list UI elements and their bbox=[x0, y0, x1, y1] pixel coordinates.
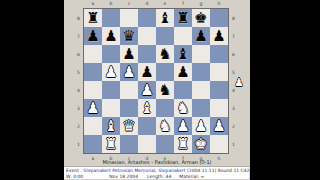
square-g1: ♚ bbox=[192, 135, 210, 153]
square-g5 bbox=[192, 63, 210, 81]
square-e1 bbox=[156, 135, 174, 153]
square-b2: ♝ bbox=[102, 117, 120, 135]
square-d7 bbox=[138, 27, 156, 45]
piece-black-pawn: ♟ bbox=[140, 63, 153, 81]
rank-label-6: 6 bbox=[232, 45, 235, 63]
rank-label-3: 3 bbox=[232, 99, 235, 117]
piece-black-pawn: ♟ bbox=[86, 27, 99, 45]
square-c4 bbox=[120, 81, 138, 99]
video-frame-panel: abcdefgh abcdefgh 87654321 87654321 ♜♝♜♚… bbox=[64, 0, 250, 180]
piece-white-knight: ♞ bbox=[158, 117, 171, 135]
status-segment-0: W: 0:00 bbox=[66, 174, 83, 180]
rank-label-8: 8 bbox=[232, 9, 235, 27]
square-d4: ♟ bbox=[138, 81, 156, 99]
square-c3 bbox=[120, 99, 138, 117]
rank-label-1: 1 bbox=[77, 135, 80, 153]
square-c6: ♟ bbox=[120, 45, 138, 63]
file-label-f: f bbox=[174, 1, 192, 7]
rank-label-7: 7 bbox=[77, 27, 80, 45]
square-d2 bbox=[138, 117, 156, 135]
piece-white-pawn: ♟ bbox=[140, 81, 153, 99]
square-a7: ♟ bbox=[84, 27, 102, 45]
square-a5 bbox=[84, 63, 102, 81]
square-f5: ♟ bbox=[174, 63, 192, 81]
square-h3 bbox=[210, 99, 228, 117]
square-h8 bbox=[210, 9, 228, 27]
file-label-d: d bbox=[138, 1, 156, 7]
square-e7 bbox=[156, 27, 174, 45]
piece-black-bishop: ♝ bbox=[176, 45, 189, 63]
piece-white-pawn: ♟ bbox=[212, 117, 225, 135]
piece-white-bishop: ♝ bbox=[104, 117, 117, 135]
square-h6 bbox=[210, 45, 228, 63]
square-e4: ♞ bbox=[156, 81, 174, 99]
square-g3 bbox=[192, 99, 210, 117]
piece-white-king: ♚ bbox=[194, 135, 207, 153]
event-line: Event : Stepanakert Petrosian Memorial, … bbox=[64, 168, 249, 174]
piece-white-pawn: ♟ bbox=[86, 99, 99, 117]
square-f4 bbox=[174, 81, 192, 99]
piece-black-pawn: ♟ bbox=[176, 63, 189, 81]
file-label-h: h bbox=[210, 1, 228, 7]
file-label-e: e bbox=[156, 1, 174, 7]
piece-white-bishop: ♝ bbox=[140, 99, 153, 117]
square-h1 bbox=[210, 135, 228, 153]
square-e5 bbox=[156, 63, 174, 81]
event-label: Event : bbox=[66, 168, 82, 173]
piece-white-rook: ♜ bbox=[104, 135, 117, 153]
file-labels-top: abcdefgh bbox=[84, 1, 228, 7]
square-f3: ♞ bbox=[174, 99, 192, 117]
white-to-move-pawn-icon: ♟ bbox=[234, 77, 244, 89]
square-e6: ♞ bbox=[156, 45, 174, 63]
square-a8: ♜ bbox=[84, 9, 102, 27]
square-c2: ♛ bbox=[120, 117, 138, 135]
square-g6 bbox=[192, 45, 210, 63]
square-b3 bbox=[102, 99, 120, 117]
square-b5: ♟ bbox=[102, 63, 120, 81]
piece-white-pawn: ♟ bbox=[176, 117, 189, 135]
piece-black-knight: ♞ bbox=[158, 81, 171, 99]
square-a3: ♟ bbox=[84, 99, 102, 117]
file-label-c: c bbox=[120, 1, 138, 7]
piece-black-rook: ♜ bbox=[176, 9, 189, 27]
square-b4 bbox=[102, 81, 120, 99]
chess-board: ♜♝♜♚♟♟♛♟♟♟♞♝♟♟♟♟♟♞♟♝♞♝♛♞♟♟♟♜♜♚ bbox=[83, 8, 229, 154]
square-f8: ♜ bbox=[174, 9, 192, 27]
event-link[interactable]: Stepanakert Petrosian Memorial, Stepanak… bbox=[83, 168, 185, 173]
status-segment-3: Material: = bbox=[179, 174, 204, 180]
players-line: Minasian, Artashes - Pashikian, Arman (0… bbox=[64, 159, 250, 165]
piece-black-knight: ♞ bbox=[158, 45, 171, 63]
square-h5 bbox=[210, 63, 228, 81]
status-line: W: 0:00Nov 18 2004Length: 44Material: = bbox=[64, 174, 249, 180]
square-h7: ♟ bbox=[210, 27, 228, 45]
square-d5: ♟ bbox=[138, 63, 156, 81]
file-label-a: a bbox=[84, 1, 102, 7]
piece-black-pawn: ♟ bbox=[104, 27, 117, 45]
piece-black-bishop: ♝ bbox=[158, 9, 171, 27]
piece-black-rook: ♜ bbox=[86, 9, 99, 27]
file-label-g: g bbox=[192, 1, 210, 7]
status-segment-2: Length: 44 bbox=[147, 174, 171, 180]
piece-black-queen: ♛ bbox=[122, 27, 135, 45]
rank-label-8: 8 bbox=[77, 9, 80, 27]
square-h4 bbox=[210, 81, 228, 99]
square-c7: ♛ bbox=[120, 27, 138, 45]
piece-black-pawn: ♟ bbox=[212, 27, 225, 45]
rank-label-4: 4 bbox=[77, 81, 80, 99]
rank-label-2: 2 bbox=[77, 117, 80, 135]
square-d6 bbox=[138, 45, 156, 63]
rank-label-7: 7 bbox=[232, 27, 235, 45]
square-g7: ♟ bbox=[192, 27, 210, 45]
event-details: (2004.11.11) Round 11 C42 bbox=[187, 168, 249, 173]
square-b7: ♟ bbox=[102, 27, 120, 45]
square-f6: ♝ bbox=[174, 45, 192, 63]
piece-white-rook: ♜ bbox=[176, 135, 189, 153]
piece-white-pawn: ♟ bbox=[122, 63, 135, 81]
rank-label-3: 3 bbox=[77, 99, 80, 117]
square-b6 bbox=[102, 45, 120, 63]
caption-box: Event : Stepanakert Petrosian Memorial, … bbox=[64, 166, 249, 179]
square-c8 bbox=[120, 9, 138, 27]
square-f2: ♟ bbox=[174, 117, 192, 135]
piece-black-pawn: ♟ bbox=[194, 27, 207, 45]
rank-label-5: 5 bbox=[77, 63, 80, 81]
piece-black-pawn: ♟ bbox=[122, 45, 135, 63]
square-g2: ♟ bbox=[192, 117, 210, 135]
square-b8 bbox=[102, 9, 120, 27]
square-a6 bbox=[84, 45, 102, 63]
piece-white-queen: ♛ bbox=[122, 117, 135, 135]
status-segment-1: Nov 18 2004 bbox=[109, 174, 138, 180]
square-f7 bbox=[174, 27, 192, 45]
square-a1 bbox=[84, 135, 102, 153]
square-h2: ♟ bbox=[210, 117, 228, 135]
square-a4 bbox=[84, 81, 102, 99]
piece-black-king: ♚ bbox=[194, 9, 207, 27]
square-c1 bbox=[120, 135, 138, 153]
rank-label-1: 1 bbox=[232, 135, 235, 153]
rank-label-2: 2 bbox=[232, 117, 235, 135]
square-g4 bbox=[192, 81, 210, 99]
square-b1: ♜ bbox=[102, 135, 120, 153]
square-e8: ♝ bbox=[156, 9, 174, 27]
rank-label-6: 6 bbox=[77, 45, 80, 63]
square-d8 bbox=[138, 9, 156, 27]
square-c5: ♟ bbox=[120, 63, 138, 81]
file-label-b: b bbox=[102, 1, 120, 7]
piece-white-knight: ♞ bbox=[176, 99, 189, 117]
square-g8: ♚ bbox=[192, 9, 210, 27]
square-d1 bbox=[138, 135, 156, 153]
square-a2 bbox=[84, 117, 102, 135]
square-f1: ♜ bbox=[174, 135, 192, 153]
piece-white-pawn: ♟ bbox=[104, 63, 117, 81]
square-e3 bbox=[156, 99, 174, 117]
square-e2: ♞ bbox=[156, 117, 174, 135]
square-d3: ♝ bbox=[138, 99, 156, 117]
rank-labels-left: 87654321 bbox=[77, 9, 80, 153]
piece-white-pawn: ♟ bbox=[194, 117, 207, 135]
